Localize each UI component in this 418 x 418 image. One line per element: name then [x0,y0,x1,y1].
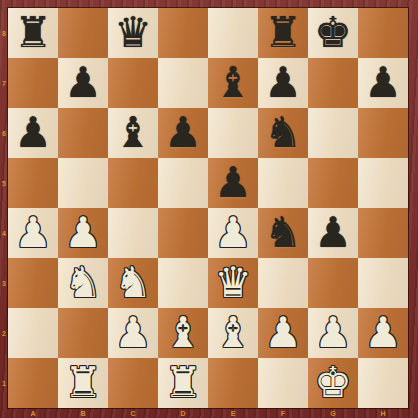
chess-board: ♜♛♜♚♟♝♟♟♟♝♟♞♟♟♟♟♞♟♞♞♛♟♝♝♟♟♟♜♜♚ [8,8,408,408]
square-b1[interactable]: ♜ [58,358,108,408]
white-knight: ♞ [108,258,158,308]
square-h4[interactable] [358,208,408,258]
file-label-f: F [258,408,308,418]
square-a3[interactable] [8,258,58,308]
chess-board-frame: ♜♛♜♚♟♝♟♟♟♝♟♞♟♟♟♟♞♟♞♞♛♟♝♝♟♟♟♜♜♚ 87654321A… [0,0,418,418]
square-f4[interactable]: ♞ [258,208,308,258]
square-e7[interactable]: ♝ [208,58,258,108]
square-b5[interactable] [58,158,108,208]
black-bishop: ♝ [208,58,258,108]
white-pawn: ♟ [308,308,358,358]
white-knight: ♞ [58,258,108,308]
black-queen: ♛ [108,8,158,58]
white-king: ♚ [308,358,358,408]
black-pawn: ♟ [208,158,258,208]
file-label-c: C [108,408,158,418]
square-e6[interactable] [208,108,258,158]
square-b8[interactable] [58,8,108,58]
square-c6[interactable]: ♝ [108,108,158,158]
white-pawn: ♟ [208,208,258,258]
white-pawn: ♟ [8,208,58,258]
square-f1[interactable] [258,358,308,408]
square-g6[interactable] [308,108,358,158]
square-c7[interactable] [108,58,158,108]
square-a5[interactable] [8,158,58,208]
square-h3[interactable] [358,258,408,308]
square-h6[interactable] [358,108,408,158]
rank-label-8: 8 [0,8,8,58]
file-label-g: G [308,408,358,418]
square-g7[interactable] [308,58,358,108]
white-rook: ♜ [158,358,208,408]
square-f2[interactable]: ♟ [258,308,308,358]
black-pawn: ♟ [58,58,108,108]
square-f3[interactable] [258,258,308,308]
square-e8[interactable] [208,8,258,58]
black-pawn: ♟ [8,108,58,158]
square-g3[interactable] [308,258,358,308]
black-pawn: ♟ [308,208,358,258]
square-g2[interactable]: ♟ [308,308,358,358]
square-h8[interactable] [358,8,408,58]
white-pawn: ♟ [58,208,108,258]
square-d5[interactable] [158,158,208,208]
file-label-h: H [358,408,408,418]
white-pawn: ♟ [258,308,308,358]
square-e4[interactable]: ♟ [208,208,258,258]
square-d6[interactable]: ♟ [158,108,208,158]
black-bishop: ♝ [108,108,158,158]
square-d2[interactable]: ♝ [158,308,208,358]
square-e2[interactable]: ♝ [208,308,258,358]
square-h1[interactable] [358,358,408,408]
square-d1[interactable]: ♜ [158,358,208,408]
rank-label-7: 7 [0,58,8,108]
square-b4[interactable]: ♟ [58,208,108,258]
black-pawn: ♟ [158,108,208,158]
square-b2[interactable] [58,308,108,358]
file-label-b: B [58,408,108,418]
square-c4[interactable] [108,208,158,258]
square-d3[interactable] [158,258,208,308]
square-c1[interactable] [108,358,158,408]
square-g8[interactable]: ♚ [308,8,358,58]
square-f7[interactable]: ♟ [258,58,308,108]
white-bishop: ♝ [208,308,258,358]
black-pawn: ♟ [358,58,408,108]
white-pawn: ♟ [358,308,408,358]
rank-label-4: 4 [0,208,8,258]
square-d7[interactable] [158,58,208,108]
black-knight: ♞ [258,108,308,158]
square-a1[interactable] [8,358,58,408]
square-b7[interactable]: ♟ [58,58,108,108]
square-d8[interactable] [158,8,208,58]
square-c8[interactable]: ♛ [108,8,158,58]
square-e1[interactable] [208,358,258,408]
white-pawn: ♟ [108,308,158,358]
square-f8[interactable]: ♜ [258,8,308,58]
white-rook: ♜ [58,358,108,408]
square-f6[interactable]: ♞ [258,108,308,158]
square-g4[interactable]: ♟ [308,208,358,258]
file-label-d: D [158,408,208,418]
file-label-a: A [8,408,58,418]
file-label-e: E [208,408,258,418]
square-a2[interactable] [8,308,58,358]
rank-label-2: 2 [0,308,8,358]
square-c3[interactable]: ♞ [108,258,158,308]
square-g5[interactable] [308,158,358,208]
square-d4[interactable] [158,208,208,258]
square-e3[interactable]: ♛ [208,258,258,308]
square-h5[interactable] [358,158,408,208]
white-queen: ♛ [208,258,258,308]
square-h2[interactable]: ♟ [358,308,408,358]
square-g1[interactable]: ♚ [308,358,358,408]
rank-label-3: 3 [0,258,8,308]
white-bishop: ♝ [158,308,208,358]
square-c5[interactable] [108,158,158,208]
black-king: ♚ [308,8,358,58]
rank-label-5: 5 [0,158,8,208]
square-a4[interactable]: ♟ [8,208,58,258]
rank-label-1: 1 [0,358,8,408]
rank-label-6: 6 [0,108,8,158]
square-f5[interactable] [258,158,308,208]
square-h7[interactable]: ♟ [358,58,408,108]
square-b3[interactable]: ♞ [58,258,108,308]
square-a8[interactable]: ♜ [8,8,58,58]
black-pawn: ♟ [258,58,308,108]
black-rook: ♜ [258,8,308,58]
square-a6[interactable]: ♟ [8,108,58,158]
square-a7[interactable] [8,58,58,108]
square-b6[interactable] [58,108,108,158]
square-c2[interactable]: ♟ [108,308,158,358]
black-rook: ♜ [8,8,58,58]
black-knight: ♞ [258,208,308,258]
square-e5[interactable]: ♟ [208,158,258,208]
